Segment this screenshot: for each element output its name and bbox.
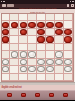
- board-cell[interactable]: [2, 14, 11, 21]
- board-cell[interactable]: [10, 21, 19, 28]
- board-cell[interactable]: [55, 74, 64, 81]
- board-cell[interactable]: [46, 66, 55, 73]
- board-cell[interactable]: [2, 29, 11, 36]
- red-piece[interactable]: [2, 29, 10, 35]
- toolbar-button-4[interactable]: [49, 93, 54, 97]
- board-cell[interactable]: [46, 59, 55, 66]
- board-cell[interactable]: [46, 36, 55, 43]
- board-cell[interactable]: [19, 74, 28, 81]
- app-screen: illegible tiny status text line one abov…: [0, 0, 75, 100]
- board-cell[interactable]: [55, 51, 64, 58]
- board-cell[interactable]: [2, 21, 11, 28]
- toolbar-button-2[interactable]: [21, 93, 26, 97]
- board-cell[interactable]: [19, 36, 28, 43]
- white-piece[interactable]: [11, 51, 19, 57]
- board-cell[interactable]: [37, 59, 46, 66]
- board-cell[interactable]: [64, 14, 73, 21]
- board-cell[interactable]: [19, 29, 28, 36]
- board-cell[interactable]: [46, 51, 55, 58]
- red-piece[interactable]: [2, 36, 10, 42]
- red-piece[interactable]: [55, 29, 63, 35]
- red-piece[interactable]: [64, 29, 72, 35]
- white-piece[interactable]: [55, 51, 63, 57]
- board-cell[interactable]: [28, 14, 37, 21]
- board-cell[interactable]: [10, 74, 19, 81]
- board-cell[interactable]: [55, 44, 64, 51]
- board-cell[interactable]: [2, 74, 11, 81]
- board-cell[interactable]: [37, 29, 46, 36]
- board-cell[interactable]: [64, 66, 73, 73]
- board-cell[interactable]: [10, 66, 19, 73]
- board-cell[interactable]: [37, 51, 46, 58]
- white-piece[interactable]: [20, 66, 28, 72]
- white-piece[interactable]: [46, 66, 54, 72]
- white-piece[interactable]: [55, 59, 63, 65]
- board-cell[interactable]: [28, 51, 37, 58]
- red-piece[interactable]: [20, 29, 28, 35]
- board-cell[interactable]: [64, 29, 73, 36]
- board-cell[interactable]: [10, 14, 19, 21]
- menu-icon[interactable]: [2, 4, 6, 6]
- red-piece[interactable]: [37, 29, 45, 35]
- white-piece[interactable]: [28, 66, 36, 72]
- red-piece[interactable]: [11, 22, 19, 28]
- toolbar-button-1[interactable]: [7, 93, 12, 97]
- board-cell[interactable]: [28, 74, 37, 81]
- red-piece[interactable]: [46, 22, 54, 28]
- nav-action-icon-1[interactable]: [67, 4, 70, 7]
- board-cell[interactable]: [28, 29, 37, 36]
- board-cell[interactable]: [2, 51, 11, 58]
- board-cell[interactable]: [28, 44, 37, 51]
- white-piece[interactable]: [2, 66, 10, 72]
- red-piece[interactable]: [37, 22, 45, 28]
- white-piece[interactable]: [28, 51, 36, 57]
- board-cell[interactable]: [2, 59, 11, 66]
- board-cell[interactable]: [28, 36, 37, 43]
- board-cell[interactable]: [64, 21, 73, 28]
- board-cell[interactable]: [10, 59, 19, 66]
- white-piece[interactable]: [20, 51, 28, 57]
- red-piece[interactable]: [20, 22, 28, 28]
- board-cell[interactable]: [19, 44, 28, 51]
- board-cell[interactable]: [10, 36, 19, 43]
- white-piece[interactable]: [20, 59, 28, 65]
- board-cell[interactable]: [2, 66, 11, 73]
- board-cell[interactable]: [19, 66, 28, 73]
- board[interactable]: [1, 13, 75, 82]
- board-cell[interactable]: [37, 14, 46, 21]
- board-cell[interactable]: [28, 21, 37, 28]
- board-cell[interactable]: [37, 74, 46, 81]
- board-cell[interactable]: [55, 59, 64, 66]
- board-cell[interactable]: [55, 14, 64, 21]
- board-cell[interactable]: [2, 44, 11, 51]
- board-cell[interactable]: [37, 21, 46, 28]
- board-cell[interactable]: [55, 21, 64, 28]
- board-cell[interactable]: [37, 66, 46, 73]
- red-piece[interactable]: [2, 22, 10, 28]
- toolbar-button-3[interactable]: [35, 93, 40, 97]
- board-cell[interactable]: [10, 51, 19, 58]
- white-piece[interactable]: [37, 59, 45, 65]
- toolbar-button-5[interactable]: [63, 93, 68, 97]
- board-cell[interactable]: [37, 36, 46, 43]
- battery-icon: [70, 1, 74, 2]
- board-cell[interactable]: [19, 14, 28, 21]
- board-cell[interactable]: [46, 44, 55, 51]
- board-cell[interactable]: [19, 51, 28, 58]
- nav-action-icon-2[interactable]: [71, 4, 74, 7]
- red-piece[interactable]: [28, 22, 36, 28]
- white-piece[interactable]: [64, 59, 72, 65]
- board-cell[interactable]: [19, 21, 28, 28]
- board-cell[interactable]: [2, 36, 11, 43]
- board-cell[interactable]: [55, 36, 64, 43]
- board-cell[interactable]: [55, 29, 64, 36]
- white-piece[interactable]: [37, 66, 45, 72]
- board-cell[interactable]: [64, 36, 73, 43]
- board-cell[interactable]: [64, 51, 73, 58]
- bottom-toolbar: [0, 90, 75, 101]
- board-cell[interactable]: [10, 44, 19, 51]
- board-cell[interactable]: [28, 66, 37, 73]
- board-cell[interactable]: [55, 66, 64, 73]
- red-piece[interactable]: [64, 36, 72, 42]
- info-bar-text: illegible small red text: [2, 86, 22, 89]
- board-cell[interactable]: [46, 29, 55, 36]
- board-cell[interactable]: [46, 21, 55, 28]
- board-cell[interactable]: [46, 14, 55, 21]
- white-piece[interactable]: [64, 66, 72, 72]
- carrier-signal-icon: [1, 1, 5, 2]
- red-piece[interactable]: [46, 36, 54, 42]
- white-piece[interactable]: [46, 59, 54, 65]
- nav-title-text: [7, 4, 14, 6]
- white-piece[interactable]: [2, 59, 10, 65]
- board-cell[interactable]: [64, 74, 73, 81]
- board-cell[interactable]: [46, 74, 55, 81]
- board-cell[interactable]: [37, 44, 46, 51]
- red-piece[interactable]: [55, 22, 63, 28]
- board-cell[interactable]: [19, 59, 28, 66]
- board-cell[interactable]: [64, 59, 73, 66]
- board-cell[interactable]: [10, 29, 19, 36]
- board-cell[interactable]: [64, 44, 73, 51]
- board-cell[interactable]: [28, 59, 37, 66]
- red-piece[interactable]: [37, 36, 45, 42]
